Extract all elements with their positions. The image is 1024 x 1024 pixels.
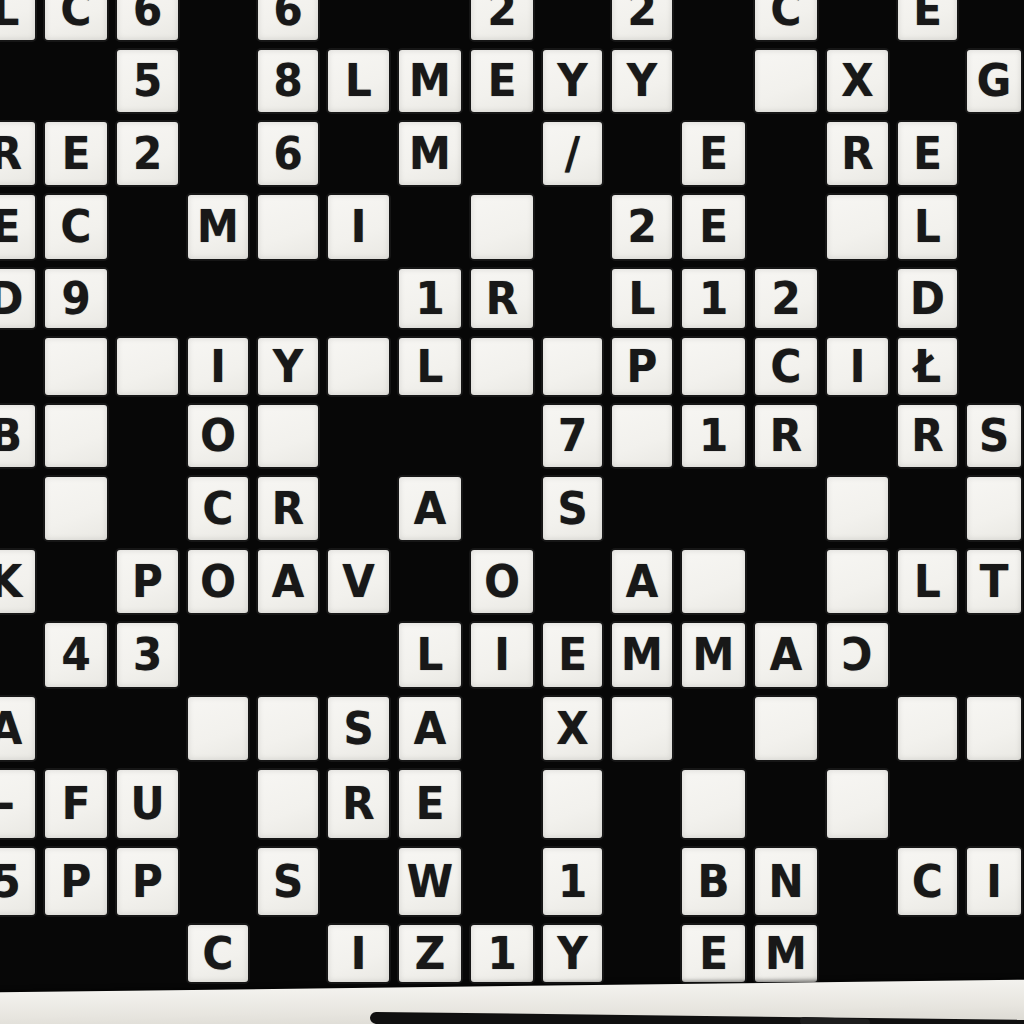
glyph-S: S (557, 486, 587, 530)
glyph-E: E (558, 633, 587, 677)
glyph-A: A (626, 559, 659, 603)
cell-r2c12[interactable]: R (825, 120, 890, 187)
cell-r12c10[interactable]: B (680, 846, 747, 917)
cell-r3c10[interactable]: E (680, 193, 747, 261)
glyph-T: T (980, 559, 1009, 603)
glyph-6: 6 (273, 0, 302, 32)
cell-r10c6[interactable]: A (397, 695, 463, 762)
cell-r3c13[interactable]: L (896, 193, 959, 261)
glyph-S: S (273, 859, 303, 903)
cell-r3c5[interactable]: I (326, 193, 391, 261)
cell-r11c6[interactable]: E (397, 768, 463, 840)
cell-r3c9[interactable]: 2 (610, 193, 674, 261)
cell-r1c8[interactable]: Y (541, 48, 604, 114)
cell-r5c12[interactable]: I (825, 336, 890, 397)
cell-r2c13[interactable]: E (896, 120, 959, 187)
cell-r8c4[interactable]: A (256, 548, 320, 615)
cell-r12c8[interactable]: 1 (541, 846, 604, 917)
glyph-P: P (132, 559, 163, 603)
cell-r12c14[interactable]: I (965, 846, 1023, 917)
glyph-A: A (0, 706, 22, 750)
glyph-A: A (414, 706, 447, 750)
glyph-V: V (342, 559, 375, 603)
glyph-R: R (770, 414, 802, 458)
glyph-S: S (343, 706, 373, 750)
glyph-X: X (841, 59, 873, 103)
cell-r3c7[interactable] (469, 193, 535, 261)
glyph-C: C (61, 0, 92, 32)
cell-r1c11[interactable] (753, 48, 819, 114)
glyph-L: L (0, 0, 19, 32)
glyph-D: D (910, 276, 945, 320)
glyph-P: P (627, 344, 658, 388)
cell-r11c5[interactable]: R (326, 768, 391, 840)
cell-r7c1[interactable] (43, 475, 109, 542)
glyph-R: R (841, 131, 873, 175)
cell-r3c0[interactable]: E (0, 193, 37, 261)
glyph-4: 4 (61, 633, 90, 677)
cell-r9c7[interactable]: I (469, 621, 535, 689)
glyph-1: 1 (487, 931, 516, 975)
glyph-C: C (203, 931, 234, 975)
cell-r7c4[interactable]: R (256, 475, 320, 542)
glyph-D: D (0, 276, 23, 320)
cell-r3c1[interactable]: C (43, 193, 109, 261)
glyph-M: M (197, 205, 239, 249)
cell-r4c11[interactable]: 2 (753, 267, 819, 330)
glyph-1: 1 (415, 276, 444, 320)
cell-r10c5[interactable]: S (326, 695, 391, 762)
glyph-2: 2 (133, 131, 162, 175)
glyph-L: L (417, 633, 444, 677)
glyph-Z: Z (415, 931, 445, 975)
cell-r4c9[interactable]: L (610, 267, 674, 330)
cell-r13c8[interactable]: Y (541, 923, 604, 984)
cell-r1c7[interactable]: E (469, 48, 535, 114)
cell-r2c1[interactable]: E (43, 120, 109, 187)
cell-r13c7[interactable]: 1 (469, 923, 535, 984)
cell-r13c5[interactable]: I (326, 923, 391, 984)
cell-r6c0[interactable]: B (0, 403, 37, 469)
cell-r10c13[interactable] (896, 695, 959, 762)
cell-r6c4[interactable] (256, 403, 320, 469)
cell-r8c12[interactable] (825, 548, 890, 615)
cell-r3c3[interactable]: M (186, 193, 250, 261)
glyph-R: R (342, 782, 374, 826)
cell-r2c2[interactable]: 2 (115, 120, 180, 187)
glyph-W: W (407, 859, 453, 903)
glyph-1: 1 (558, 859, 587, 903)
glyph-C: C (203, 486, 234, 530)
cell-r11c10[interactable] (680, 768, 747, 840)
glyph-M: M (621, 633, 663, 677)
cell-r0c9[interactable]: 2 (610, 0, 674, 42)
glyph-M: M (409, 59, 451, 103)
cell-r11c12[interactable] (825, 768, 890, 840)
glyph-E: E (699, 931, 728, 975)
glyph-A: A (414, 486, 447, 530)
glyph-A: A (770, 633, 803, 677)
glyph-2: 2 (487, 0, 516, 32)
cell-r6c3[interactable]: O (186, 403, 250, 469)
glyph-C: C (61, 205, 92, 249)
cell-r4c10[interactable]: 1 (680, 267, 747, 330)
glyph-I: I (351, 931, 367, 975)
glyph-9: 9 (61, 276, 90, 320)
cell-r5c13[interactable]: Ł (896, 336, 959, 397)
cell-r5c2[interactable] (115, 336, 180, 397)
glyph-8: 8 (273, 59, 302, 103)
cell-r12c2[interactable]: P (115, 846, 180, 917)
cell-r6c13[interactable]: R (896, 403, 959, 469)
cell-r2c4[interactable]: 6 (256, 120, 320, 187)
cell-r10c8[interactable]: X (541, 695, 604, 762)
cell-r9c6[interactable]: L (397, 621, 463, 689)
glyph-X: X (556, 706, 588, 750)
cell-r1c4[interactable]: 8 (256, 48, 320, 114)
glyph-1: 1 (699, 414, 728, 458)
glyph-E: E (62, 131, 91, 175)
cell-r5c3[interactable]: I (186, 336, 250, 397)
cell-r12c4[interactable]: S (256, 846, 320, 917)
cell-r5c1[interactable] (43, 336, 109, 397)
cell-r4c7[interactable]: R (469, 267, 535, 330)
glyph-E: E (913, 0, 942, 32)
cell-r2c10[interactable]: E (680, 120, 747, 187)
glyph-B: B (697, 859, 729, 903)
cell-r11c4[interactable] (256, 768, 320, 840)
cell-r6c11[interactable]: R (753, 403, 819, 469)
cell-r8c14[interactable]: T (965, 548, 1023, 615)
cell-r10c4[interactable] (256, 695, 320, 762)
cell-r13c11[interactable]: M (753, 923, 819, 984)
cell-r8c0[interactable]: K (0, 548, 37, 615)
cell-r6c1[interactable] (43, 403, 109, 469)
glyph--: - (0, 782, 15, 826)
cell-r10c14[interactable] (965, 695, 1023, 762)
cell-r4c0[interactable]: D (0, 267, 37, 330)
cell-r5c9[interactable]: P (610, 336, 674, 397)
glyph-M: M (765, 931, 807, 975)
glyph-7: 7 (558, 414, 587, 458)
glyph-P: P (61, 859, 92, 903)
glyph-E: E (699, 131, 728, 175)
cell-r12c0[interactable]: 5 (0, 846, 37, 917)
cell-r8c10[interactable] (680, 548, 747, 615)
cell-r1c2[interactable]: 5 (115, 48, 180, 114)
glyph-6: 6 (273, 131, 302, 175)
cell-r12c11[interactable]: N (753, 846, 819, 917)
glyph-Y: Y (627, 59, 657, 103)
cell-r5c8[interactable] (541, 336, 604, 397)
glyph-L: L (629, 276, 656, 320)
cell-r3c4[interactable] (256, 193, 320, 261)
glyph-I: I (210, 344, 226, 388)
glyph-O: O (200, 559, 236, 603)
cell-r0c0[interactable]: L (0, 0, 37, 42)
glyph-2: 2 (627, 0, 656, 32)
cell-r8c5[interactable]: V (326, 548, 391, 615)
glyph-F: F (62, 782, 91, 826)
cell-r0c13[interactable]: E (896, 0, 959, 42)
glyph-M: M (693, 633, 735, 677)
cell-r1c9[interactable]: Y (610, 48, 674, 114)
cell-r0c4[interactable]: 6 (256, 0, 320, 42)
glyph-3: 3 (133, 633, 162, 677)
cell-r7c14[interactable] (965, 475, 1023, 542)
glyph-I: I (494, 633, 510, 677)
cell-r2c8[interactable]: / (541, 120, 604, 187)
glyph-E: E (913, 131, 942, 175)
cell-r7c6[interactable]: A (397, 475, 463, 542)
cell-r8c3[interactable]: O (186, 548, 250, 615)
cell-r5c5[interactable] (326, 336, 391, 397)
glyph-R: R (0, 131, 22, 175)
glyph-R: R (486, 276, 518, 320)
cell-r10c3[interactable] (186, 695, 250, 762)
cell-r9c2[interactable]: 3 (115, 621, 180, 689)
glyph-R: R (911, 414, 943, 458)
cell-r4c6[interactable]: 1 (397, 267, 463, 330)
cell-r8c13[interactable]: L (896, 548, 959, 615)
cell-r13c6[interactable]: Z (397, 923, 463, 984)
cell-r9c12[interactable]: Ɔ (825, 621, 890, 689)
glyph-S: S (979, 414, 1009, 458)
glyph-Ɔ: Ɔ (842, 633, 873, 677)
glyph-E: E (699, 205, 728, 249)
cell-r6c9[interactable] (610, 403, 674, 469)
glyph-2: 2 (771, 276, 800, 320)
cell-r10c0[interactable]: A (0, 695, 37, 762)
cell-r0c11[interactable]: C (753, 0, 819, 42)
cell-r12c6[interactable]: W (397, 846, 463, 917)
glyph-I: I (351, 205, 367, 249)
glyph-I: I (986, 859, 1002, 903)
glyph-I: I (850, 344, 866, 388)
glyph-L: L (914, 205, 941, 249)
cell-r9c11[interactable]: A (753, 621, 819, 689)
cell-r1c12[interactable]: X (825, 48, 890, 114)
cell-r2c0[interactable]: R (0, 120, 37, 187)
glyph-5: 5 (0, 859, 21, 903)
cell-r7c3[interactable]: C (186, 475, 250, 542)
cell-r11c8[interactable] (541, 768, 604, 840)
cell-r11c2[interactable]: U (115, 768, 180, 840)
glyph-O: O (484, 559, 520, 603)
glyph-M: M (409, 131, 451, 175)
glyph-K: K (0, 559, 22, 603)
cell-r5c6[interactable]: L (397, 336, 463, 397)
cell-r4c13[interactable]: D (896, 267, 959, 330)
glyph-N: N (768, 859, 803, 903)
glyph-B: B (0, 414, 22, 458)
glyph-5: 5 (133, 59, 162, 103)
cell-r1c14[interactable]: G (965, 48, 1023, 114)
glyph-C: C (771, 0, 802, 32)
glyph-G: G (977, 59, 1011, 103)
glyph-C: C (912, 859, 943, 903)
glyph-Y: Y (557, 931, 587, 975)
glyph-C: C (771, 344, 802, 388)
glyph-6: 6 (133, 0, 162, 32)
cell-r12c1[interactable]: P (43, 846, 109, 917)
glyph-L: L (417, 344, 444, 388)
glyph-Y: Y (273, 344, 303, 388)
cell-r7c12[interactable] (825, 475, 890, 542)
cell-r1c6[interactable]: M (397, 48, 463, 114)
cell-r9c9[interactable]: M (610, 621, 674, 689)
glyph-L: L (914, 559, 941, 603)
cell-r1c5[interactable]: L (326, 48, 391, 114)
cell-r11c0[interactable]: - (0, 768, 37, 840)
cell-r4c1[interactable]: 9 (43, 267, 109, 330)
cell-r9c1[interactable]: 4 (43, 621, 109, 689)
cell-r10c11[interactable] (753, 695, 819, 762)
glyph-2: 2 (627, 205, 656, 249)
cell-r6c14[interactable]: S (965, 403, 1023, 469)
cell-r3c12[interactable] (825, 193, 890, 261)
cell-r8c7[interactable]: O (469, 548, 535, 615)
cell-r8c9[interactable]: A (610, 548, 674, 615)
crossword-photo: LC6622CE58LMEYYXGRE26M/EREECMI2ELD91RL12… (0, 0, 1024, 1024)
glyph-P: P (132, 859, 163, 903)
cell-r0c2[interactable]: 6 (115, 0, 180, 42)
glyph-/: / (565, 131, 580, 175)
cell-r0c1[interactable]: C (43, 0, 109, 42)
cell-r6c10[interactable]: 1 (680, 403, 747, 469)
glyph-A: A (272, 559, 305, 603)
glyph-U: U (130, 782, 164, 826)
glyph-E: E (416, 782, 445, 826)
glyph-Y: Y (557, 59, 587, 103)
glyph-L: L (345, 59, 372, 103)
cell-r5c7[interactable] (469, 336, 535, 397)
cell-r2c6[interactable]: M (397, 120, 463, 187)
cell-r5c4[interactable]: Y (256, 336, 320, 397)
glyph-R: R (272, 486, 304, 530)
cell-r10c9[interactable] (610, 695, 674, 762)
glyph-E: E (488, 59, 517, 103)
cell-r9c10[interactable]: M (680, 621, 747, 689)
cell-r0c7[interactable]: 2 (469, 0, 535, 42)
cell-r5c11[interactable]: C (753, 336, 819, 397)
cell-r11c1[interactable]: F (43, 768, 109, 840)
glyph-E: E (0, 205, 20, 249)
cell-r12c13[interactable]: C (896, 846, 959, 917)
cell-r5c10[interactable] (680, 336, 747, 397)
cell-r7c8[interactable]: S (541, 475, 604, 542)
cell-r9c8[interactable]: E (541, 621, 604, 689)
cell-r8c2[interactable]: P (115, 548, 180, 615)
glyph-O: O (200, 414, 236, 458)
glyph-Ł: Ł (914, 344, 941, 388)
paper-edge-smudge (800, 1017, 870, 1024)
cell-r13c10[interactable]: E (680, 923, 747, 984)
cell-r6c8[interactable]: 7 (541, 403, 604, 469)
glyph-1: 1 (699, 276, 728, 320)
cell-r13c3[interactable]: C (186, 923, 250, 984)
